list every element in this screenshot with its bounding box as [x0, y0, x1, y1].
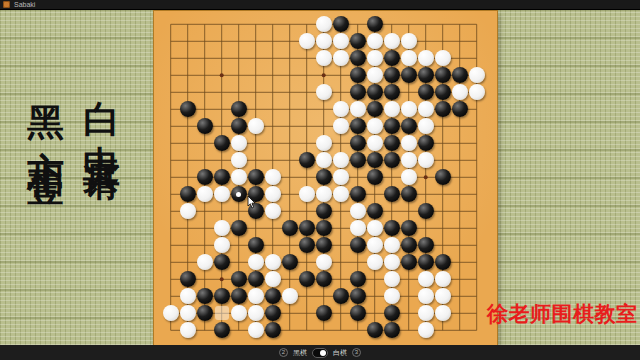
white-stone: [231, 169, 247, 185]
main-area: 黑 卞相壹 白 申真谞 徐老师围棋教室: [0, 10, 640, 345]
white-stone: [367, 67, 383, 83]
black-stone: [452, 67, 468, 83]
black-stone: [316, 220, 332, 236]
white-stone: [197, 254, 213, 270]
black-stone: [197, 305, 213, 321]
white-stone: [401, 50, 417, 66]
black-stone: [265, 288, 281, 304]
white-stone: [435, 288, 451, 304]
black-stone: [418, 135, 434, 151]
white-stone: [401, 33, 417, 49]
white-stone: [435, 305, 451, 321]
black-stone: [350, 186, 366, 202]
black-title: 黑: [27, 76, 64, 85]
black-stone: [418, 67, 434, 83]
black-stone: [435, 67, 451, 83]
black-stone: [384, 135, 400, 151]
title-bar: Sabaki: [0, 0, 640, 10]
black-stone: [316, 237, 332, 253]
black-stone: [384, 305, 400, 321]
black-stone: [418, 237, 434, 253]
black-stone: [197, 169, 213, 185]
white-title: 白: [83, 71, 120, 80]
white-stone: [180, 203, 196, 219]
white-stone: [367, 254, 383, 270]
white-stone: [418, 288, 434, 304]
black-stone: [248, 169, 264, 185]
black-stone: [367, 84, 383, 100]
white-stone: [316, 254, 332, 270]
black-stone: [384, 152, 400, 168]
black-stone: [265, 322, 281, 338]
white-stone: [248, 288, 264, 304]
white-stone: [384, 33, 400, 49]
white-stone: [401, 152, 417, 168]
white-stone: [265, 203, 281, 219]
black-stone: [418, 254, 434, 270]
black-stone: [231, 101, 247, 117]
white-stone: [265, 271, 281, 287]
turn-toggle-knob: [320, 350, 326, 356]
status-bar: 2 黑棋 白棋 3: [0, 345, 640, 360]
white-stone: [367, 135, 383, 151]
white-stone: [299, 186, 315, 202]
black-stone: [350, 271, 366, 287]
white-stone: [316, 84, 332, 100]
white-stone: [367, 118, 383, 134]
white-stone: [350, 220, 366, 236]
black-stone: [180, 101, 196, 117]
black-player-label: 黑 卞相壹: [27, 76, 64, 148]
black-stone: [231, 186, 247, 202]
black-stone: [299, 152, 315, 168]
white-stone: [452, 84, 468, 100]
white-stone: [265, 254, 281, 270]
white-stone: [163, 305, 179, 321]
black-stone: [418, 84, 434, 100]
white-stone: [384, 101, 400, 117]
black-stone: [435, 84, 451, 100]
black-stone: [350, 152, 366, 168]
white-stone: [435, 50, 451, 66]
sabaki-window: Sabaki 黑 卞相壹 白 申真谞 徐老师围棋教室 2 黑棋 白棋 3: [0, 0, 640, 360]
white-stone: [401, 135, 417, 151]
white-stone: [316, 135, 332, 151]
black-stone: [452, 101, 468, 117]
black-side-label: 黑棋: [293, 345, 307, 360]
black-stone: [435, 254, 451, 270]
black-stone: [401, 186, 417, 202]
white-stone: [316, 16, 332, 32]
white-stone: [384, 254, 400, 270]
black-stone: [248, 203, 264, 219]
black-stone: [231, 220, 247, 236]
white-stone: [401, 101, 417, 117]
black-stone: [350, 33, 366, 49]
black-stone: [367, 152, 383, 168]
white-stone: [333, 101, 349, 117]
black-stone: [350, 118, 366, 134]
watermark-text: 徐老师围棋教室: [487, 300, 638, 328]
white-player-name: 申真谞: [83, 116, 120, 143]
white-stone: [333, 169, 349, 185]
black-stone: [350, 288, 366, 304]
black-stone: [248, 237, 264, 253]
white-stone: [401, 169, 417, 185]
black-stone: [350, 135, 366, 151]
black-stone: [418, 203, 434, 219]
black-stone: [435, 169, 451, 185]
black-stone: [180, 271, 196, 287]
app-icon: [3, 1, 10, 8]
black-stone: [197, 288, 213, 304]
white-stone: [333, 50, 349, 66]
white-stone: [180, 288, 196, 304]
white-stone: [231, 152, 247, 168]
hover-ghost-stone: [215, 306, 229, 320]
black-stone: [299, 271, 315, 287]
white-stone: [282, 288, 298, 304]
turn-toggle[interactable]: [312, 348, 328, 358]
black-stone: [316, 271, 332, 287]
white-stone: [367, 33, 383, 49]
black-stone: [367, 101, 383, 117]
white-stone: [299, 33, 315, 49]
white-stone: [418, 152, 434, 168]
white-stone: [418, 118, 434, 134]
white-stone: [231, 305, 247, 321]
white-stone: [367, 237, 383, 253]
black-stone: [384, 67, 400, 83]
black-stone: [333, 16, 349, 32]
black-stone: [384, 186, 400, 202]
white-stone: [333, 186, 349, 202]
black-captures-badge: 2: [279, 348, 288, 357]
black-stone: [350, 305, 366, 321]
white-stone: [231, 135, 247, 151]
black-stone: [197, 118, 213, 134]
black-stone: [299, 220, 315, 236]
goban[interactable]: [154, 11, 497, 345]
white-player-label: 白 申真谞: [83, 71, 120, 143]
black-stone: [350, 67, 366, 83]
white-side-label: 白棋: [333, 345, 347, 360]
white-stone: [333, 33, 349, 49]
white-stone: [265, 186, 281, 202]
white-stone: [316, 50, 332, 66]
white-stone: [418, 101, 434, 117]
white-stone: [316, 33, 332, 49]
black-stone: [231, 118, 247, 134]
black-stone: [282, 254, 298, 270]
black-stone: [367, 203, 383, 219]
black-stone: [401, 254, 417, 270]
white-stone: [248, 305, 264, 321]
white-stone: [384, 271, 400, 287]
white-stone: [180, 305, 196, 321]
black-stone: [214, 169, 230, 185]
white-stone: [418, 50, 434, 66]
black-stone: [384, 84, 400, 100]
black-stone: [333, 288, 349, 304]
white-stone: [214, 186, 230, 202]
last-move-marker: [236, 192, 241, 197]
white-stone: [333, 152, 349, 168]
white-stone: [367, 50, 383, 66]
black-stone: [248, 271, 264, 287]
white-stone: [316, 186, 332, 202]
black-stone: [435, 101, 451, 117]
black-stone: [367, 16, 383, 32]
black-stone: [384, 220, 400, 236]
white-stone: [418, 305, 434, 321]
black-stone: [350, 50, 366, 66]
white-stone: [367, 220, 383, 236]
black-stone: [282, 220, 298, 236]
white-stone: [248, 118, 264, 134]
black-stone: [214, 288, 230, 304]
black-stone: [401, 237, 417, 253]
black-player-name: 卞相壹: [27, 121, 64, 148]
white-stone: [435, 271, 451, 287]
black-stone: [401, 118, 417, 134]
white-stone: [469, 67, 485, 83]
black-stone: [401, 220, 417, 236]
white-stone: [418, 322, 434, 338]
white-stone: [197, 186, 213, 202]
white-stone: [384, 288, 400, 304]
black-stone: [367, 322, 383, 338]
black-stone: [316, 169, 332, 185]
black-stone: [350, 237, 366, 253]
white-stone: [214, 237, 230, 253]
black-stone: [350, 84, 366, 100]
black-stone: [401, 67, 417, 83]
white-stone: [384, 237, 400, 253]
black-stone: [384, 50, 400, 66]
black-stone: [265, 305, 281, 321]
white-stone: [316, 152, 332, 168]
white-captures-badge: 3: [352, 348, 361, 357]
white-stone: [350, 203, 366, 219]
black-stone: [231, 271, 247, 287]
white-stone: [265, 169, 281, 185]
white-stone: [214, 220, 230, 236]
black-stone: [214, 322, 230, 338]
black-stone: [367, 169, 383, 185]
white-stone: [180, 322, 196, 338]
black-stone: [316, 203, 332, 219]
black-stone: [180, 186, 196, 202]
white-stone: [469, 84, 485, 100]
black-stone: [299, 237, 315, 253]
black-stone: [214, 254, 230, 270]
white-stone: [248, 322, 264, 338]
black-stone: [384, 118, 400, 134]
white-stone: [248, 254, 264, 270]
black-stone: [316, 305, 332, 321]
app-title: Sabaki: [14, 0, 35, 10]
white-stone: [333, 118, 349, 134]
black-stone: [384, 322, 400, 338]
black-stone: [248, 186, 264, 202]
black-stone: [214, 135, 230, 151]
white-stone: [418, 271, 434, 287]
white-stone: [350, 101, 366, 117]
black-stone: [231, 288, 247, 304]
